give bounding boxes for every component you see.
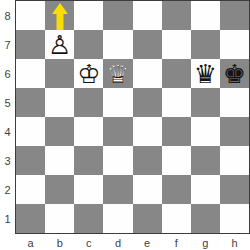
file-label-c: c <box>74 235 103 250</box>
square-g1[interactable] <box>191 204 220 233</box>
rank-label-2: 2 <box>0 175 15 204</box>
square-a2[interactable] <box>16 175 45 204</box>
black-queen: ♛ <box>191 59 220 88</box>
square-b1[interactable] <box>45 204 74 233</box>
black-queen-glyph: ♛ <box>191 59 220 88</box>
square-e7[interactable] <box>133 30 162 59</box>
white-pawn: ♟♙ <box>45 30 74 59</box>
square-g5[interactable] <box>191 88 220 117</box>
square-e2[interactable] <box>133 175 162 204</box>
square-d3[interactable] <box>103 146 132 175</box>
square-d5[interactable] <box>103 88 132 117</box>
square-g4[interactable] <box>191 117 220 146</box>
square-c8[interactable] <box>74 1 103 30</box>
square-d8[interactable] <box>103 1 132 30</box>
file-label-h: h <box>220 235 249 250</box>
square-a8[interactable] <box>16 1 45 30</box>
rank-label-3: 3 <box>0 146 15 175</box>
rank-label-5: 5 <box>0 88 15 117</box>
square-d1[interactable] <box>103 204 132 233</box>
square-a5[interactable] <box>16 88 45 117</box>
square-d2[interactable] <box>103 175 132 204</box>
square-d6[interactable]: ♛♕ <box>103 59 132 88</box>
square-f5[interactable] <box>162 88 191 117</box>
square-b2[interactable] <box>45 175 74 204</box>
white-king: ♚♔ <box>74 59 103 88</box>
square-c7[interactable] <box>74 30 103 59</box>
square-h3[interactable] <box>220 146 249 175</box>
square-e6[interactable] <box>133 59 162 88</box>
chess-diagram: 87654321 ♟♙♚♔♛♕♛♚ abcdefgh <box>0 0 250 250</box>
square-h5[interactable] <box>220 88 249 117</box>
square-h6[interactable]: ♚ <box>220 59 249 88</box>
square-b4[interactable] <box>45 117 74 146</box>
square-c1[interactable] <box>74 204 103 233</box>
square-g3[interactable] <box>191 146 220 175</box>
square-c4[interactable] <box>74 117 103 146</box>
move-arrow-shaft <box>56 13 63 30</box>
file-label-f: f <box>162 235 191 250</box>
white-pawn-glyph: ♙ <box>45 30 74 59</box>
rank-labels: 87654321 <box>0 1 15 233</box>
chess-board: ♟♙♚♔♛♕♛♚ <box>15 0 250 234</box>
white-queen: ♛♕ <box>103 59 132 88</box>
move-arrow <box>45 1 74 30</box>
square-e4[interactable] <box>133 117 162 146</box>
file-label-a: a <box>16 235 45 250</box>
square-f2[interactable] <box>162 175 191 204</box>
square-f7[interactable] <box>162 30 191 59</box>
rank-label-6: 6 <box>0 59 15 88</box>
white-king-glyph: ♔ <box>74 59 103 88</box>
square-b7[interactable]: ♟♙ <box>45 30 74 59</box>
square-f6[interactable] <box>162 59 191 88</box>
file-labels: abcdefgh <box>16 235 249 250</box>
square-e3[interactable] <box>133 146 162 175</box>
square-b3[interactable] <box>45 146 74 175</box>
square-h1[interactable] <box>220 204 249 233</box>
square-h4[interactable] <box>220 117 249 146</box>
file-label-g: g <box>191 235 220 250</box>
square-g2[interactable] <box>191 175 220 204</box>
white-queen-glyph: ♕ <box>103 59 132 88</box>
square-g6[interactable]: ♛ <box>191 59 220 88</box>
square-b8[interactable] <box>45 1 74 30</box>
square-d7[interactable] <box>103 30 132 59</box>
square-h8[interactable] <box>220 1 249 30</box>
square-c6[interactable]: ♚♔ <box>74 59 103 88</box>
square-b5[interactable] <box>45 88 74 117</box>
square-e5[interactable] <box>133 88 162 117</box>
rank-label-1: 1 <box>0 204 15 233</box>
square-h2[interactable] <box>220 175 249 204</box>
square-c2[interactable] <box>74 175 103 204</box>
rank-label-7: 7 <box>0 30 15 59</box>
square-c5[interactable] <box>74 88 103 117</box>
file-label-d: d <box>103 235 132 250</box>
square-c3[interactable] <box>74 146 103 175</box>
square-d4[interactable] <box>103 117 132 146</box>
square-f3[interactable] <box>162 146 191 175</box>
rank-label-4: 4 <box>0 117 15 146</box>
square-f4[interactable] <box>162 117 191 146</box>
square-g7[interactable] <box>191 30 220 59</box>
square-f8[interactable] <box>162 1 191 30</box>
file-label-e: e <box>133 235 162 250</box>
black-king: ♚ <box>220 59 249 88</box>
square-b6[interactable] <box>45 59 74 88</box>
square-a4[interactable] <box>16 117 45 146</box>
square-a6[interactable] <box>16 59 45 88</box>
square-h7[interactable] <box>220 30 249 59</box>
square-e1[interactable] <box>133 204 162 233</box>
rank-label-8: 8 <box>0 1 15 30</box>
square-a1[interactable] <box>16 204 45 233</box>
square-a3[interactable] <box>16 146 45 175</box>
square-a7[interactable] <box>16 30 45 59</box>
move-arrow-head <box>52 3 68 14</box>
square-f1[interactable] <box>162 204 191 233</box>
square-e8[interactable] <box>133 1 162 30</box>
square-g8[interactable] <box>191 1 220 30</box>
file-label-b: b <box>45 235 74 250</box>
black-king-glyph: ♚ <box>220 59 249 88</box>
